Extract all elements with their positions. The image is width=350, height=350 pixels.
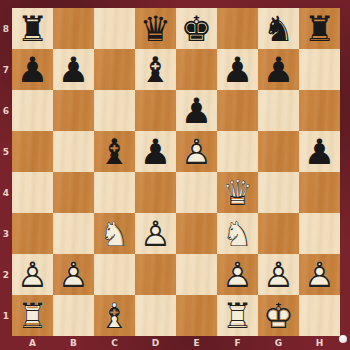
square-d7[interactable]: ♝: [135, 49, 176, 90]
rank-label-7: 7: [0, 49, 12, 90]
piece-black-bishop[interactable]: ♝: [94, 131, 135, 172]
square-b5[interactable]: [53, 131, 94, 172]
square-c7[interactable]: [94, 49, 135, 90]
square-b7[interactable]: ♟: [53, 49, 94, 90]
square-b6[interactable]: [53, 90, 94, 131]
rank-label-8: 8: [0, 8, 12, 49]
square-d1[interactable]: [135, 295, 176, 336]
square-b8[interactable]: [53, 8, 94, 49]
square-g3[interactable]: [258, 213, 299, 254]
rank-label-4: 4: [0, 172, 12, 213]
piece-black-rook[interactable]: ♜: [12, 8, 53, 49]
square-g6[interactable]: [258, 90, 299, 131]
square-c3[interactable]: ♞♘: [94, 213, 135, 254]
square-c1[interactable]: ♝♗: [94, 295, 135, 336]
square-f4[interactable]: ♛♕: [217, 172, 258, 213]
square-e8[interactable]: ♚: [176, 8, 217, 49]
square-f8[interactable]: [217, 8, 258, 49]
square-b4[interactable]: [53, 172, 94, 213]
square-h5[interactable]: ♟: [299, 131, 340, 172]
square-a6[interactable]: [12, 90, 53, 131]
rank-label-6: 6: [0, 90, 12, 131]
square-g4[interactable]: [258, 172, 299, 213]
piece-white-pawn[interactable]: ♟♙: [258, 254, 299, 295]
piece-white-knight[interactable]: ♞♘: [94, 213, 135, 254]
square-d2[interactable]: [135, 254, 176, 295]
piece-white-rook[interactable]: ♜♖: [12, 295, 53, 336]
piece-black-pawn[interactable]: ♟: [176, 90, 217, 131]
rank-label-2: 2: [0, 254, 12, 295]
square-d8[interactable]: ♛: [135, 8, 176, 49]
square-d5[interactable]: ♟: [135, 131, 176, 172]
square-h6[interactable]: [299, 90, 340, 131]
chess-board-frame: ♜♛♚♞♜♟♟♝♟♟♟♝♟♟♙♟♛♕♞♘♟♙♞♘♟♙♟♙♟♙♟♙♟♙♜♖♝♗♜♖…: [0, 0, 350, 350]
square-g8[interactable]: ♞: [258, 8, 299, 49]
piece-white-pawn[interactable]: ♟♙: [217, 254, 258, 295]
rank-label-1: 1: [0, 295, 12, 336]
file-label-a: A: [12, 336, 53, 350]
piece-white-queen[interactable]: ♛♕: [217, 172, 258, 213]
file-label-g: G: [258, 336, 299, 350]
square-a7[interactable]: ♟: [12, 49, 53, 90]
square-h3[interactable]: [299, 213, 340, 254]
file-label-f: F: [217, 336, 258, 350]
piece-white-pawn[interactable]: ♟♙: [176, 131, 217, 172]
square-c8[interactable]: [94, 8, 135, 49]
file-label-e: E: [176, 336, 217, 350]
piece-white-pawn[interactable]: ♟♙: [299, 254, 340, 295]
square-d3[interactable]: ♟♙: [135, 213, 176, 254]
square-f1[interactable]: ♜♖: [217, 295, 258, 336]
piece-black-pawn[interactable]: ♟: [217, 49, 258, 90]
rank-label-3: 3: [0, 213, 12, 254]
file-label-d: D: [135, 336, 176, 350]
square-h4[interactable]: [299, 172, 340, 213]
square-d6[interactable]: [135, 90, 176, 131]
piece-black-king[interactable]: ♚: [176, 8, 217, 49]
piece-black-pawn[interactable]: ♟: [258, 49, 299, 90]
white-to-move-indicator: [339, 335, 347, 343]
square-c5[interactable]: ♝: [94, 131, 135, 172]
square-e7[interactable]: [176, 49, 217, 90]
square-b1[interactable]: [53, 295, 94, 336]
square-f5[interactable]: [217, 131, 258, 172]
piece-black-bishop[interactable]: ♝: [135, 49, 176, 90]
file-label-c: C: [94, 336, 135, 350]
piece-black-rook[interactable]: ♜: [299, 8, 340, 49]
square-a2[interactable]: ♟♙: [12, 254, 53, 295]
rank-label-5: 5: [0, 131, 12, 172]
square-a3[interactable]: [12, 213, 53, 254]
square-g1[interactable]: ♚♔: [258, 295, 299, 336]
piece-white-knight[interactable]: ♞♘: [217, 213, 258, 254]
piece-white-rook[interactable]: ♜♖: [217, 295, 258, 336]
square-h1[interactable]: [299, 295, 340, 336]
piece-black-pawn[interactable]: ♟: [299, 131, 340, 172]
square-e3[interactable]: [176, 213, 217, 254]
square-g5[interactable]: [258, 131, 299, 172]
square-e4[interactable]: [176, 172, 217, 213]
chess-board: ♜♛♚♞♜♟♟♝♟♟♟♝♟♟♙♟♛♕♞♘♟♙♞♘♟♙♟♙♟♙♟♙♟♙♜♖♝♗♜♖…: [12, 8, 340, 336]
square-c4[interactable]: [94, 172, 135, 213]
square-h2[interactable]: ♟♙: [299, 254, 340, 295]
square-h7[interactable]: [299, 49, 340, 90]
square-e2[interactable]: [176, 254, 217, 295]
square-c2[interactable]: [94, 254, 135, 295]
piece-white-king[interactable]: ♚♔: [258, 295, 299, 336]
square-a5[interactable]: [12, 131, 53, 172]
piece-black-pawn[interactable]: ♟: [135, 131, 176, 172]
square-f3[interactable]: ♞♘: [217, 213, 258, 254]
square-g2[interactable]: ♟♙: [258, 254, 299, 295]
square-c6[interactable]: [94, 90, 135, 131]
square-h8[interactable]: ♜: [299, 8, 340, 49]
square-e5[interactable]: ♟♙: [176, 131, 217, 172]
square-f6[interactable]: [217, 90, 258, 131]
square-a1[interactable]: ♜♖: [12, 295, 53, 336]
piece-black-knight[interactable]: ♞: [258, 8, 299, 49]
piece-black-pawn[interactable]: ♟: [53, 49, 94, 90]
square-f2[interactable]: ♟♙: [217, 254, 258, 295]
square-g7[interactable]: ♟: [258, 49, 299, 90]
piece-white-pawn[interactable]: ♟♙: [135, 213, 176, 254]
square-d4[interactable]: [135, 172, 176, 213]
square-a4[interactable]: [12, 172, 53, 213]
square-b3[interactable]: [53, 213, 94, 254]
piece-white-pawn[interactable]: ♟♙: [53, 254, 94, 295]
square-e6[interactable]: ♟: [176, 90, 217, 131]
square-e1[interactable]: [176, 295, 217, 336]
piece-white-bishop[interactable]: ♝♗: [94, 295, 135, 336]
piece-white-pawn[interactable]: ♟♙: [12, 254, 53, 295]
piece-black-queen[interactable]: ♛: [135, 8, 176, 49]
square-a8[interactable]: ♜: [12, 8, 53, 49]
file-label-h: H: [299, 336, 340, 350]
square-f7[interactable]: ♟: [217, 49, 258, 90]
file-label-b: B: [53, 336, 94, 350]
square-b2[interactable]: ♟♙: [53, 254, 94, 295]
piece-black-pawn[interactable]: ♟: [12, 49, 53, 90]
